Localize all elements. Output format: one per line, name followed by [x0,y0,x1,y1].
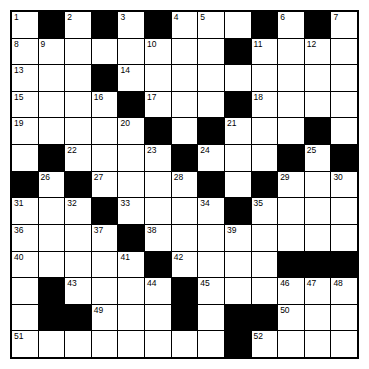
black-cell [172,305,198,331]
white-cell[interactable]: 2 [65,12,91,38]
clue-number: 7 [333,12,338,22]
clue-number: 29 [280,172,289,182]
white-cell[interactable]: 36 [12,225,38,251]
black-cell [118,225,144,251]
white-cell[interactable] [172,39,198,65]
clue-number: 5 [200,12,205,22]
black-cell [225,198,251,224]
clue-number: 48 [333,278,342,288]
white-cell[interactable] [39,92,65,118]
white-cell[interactable] [145,198,171,224]
white-cell[interactable]: 7 [331,12,357,38]
clue-number: 41 [120,252,129,262]
white-cell[interactable] [305,198,331,224]
black-cell [198,118,224,144]
white-cell[interactable]: 20 [118,118,144,144]
black-cell [252,12,278,38]
clue-number: 18 [254,92,263,102]
white-cell[interactable] [65,118,91,144]
white-cell[interactable] [252,145,278,171]
white-cell[interactable]: 33 [118,198,144,224]
clue-number: 36 [14,225,23,235]
white-cell[interactable] [198,92,224,118]
white-cell[interactable] [198,252,224,278]
white-cell[interactable] [252,278,278,304]
black-cell [225,39,251,65]
white-cell[interactable]: 15 [12,92,38,118]
white-cell[interactable]: 1 [12,12,38,38]
black-cell [225,92,251,118]
clue-number: 44 [147,278,156,288]
white-cell[interactable] [278,118,304,144]
white-cell[interactable] [198,65,224,91]
white-cell[interactable] [305,92,331,118]
white-cell[interactable]: 9 [39,39,65,65]
clue-number: 6 [280,12,285,22]
white-cell[interactable]: 3 [118,12,144,38]
white-cell[interactable] [39,225,65,251]
clue-number: 42 [174,252,183,262]
white-cell[interactable] [331,65,357,91]
white-cell[interactable]: 48 [331,278,357,304]
white-cell[interactable]: 26 [39,172,65,198]
clue-number: 27 [94,172,103,182]
white-cell[interactable]: 46 [278,278,304,304]
white-cell[interactable]: 18 [252,92,278,118]
white-cell[interactable] [118,305,144,331]
white-cell[interactable] [12,278,38,304]
clue-number: 13 [14,65,23,75]
clue-number: 22 [67,145,76,155]
white-cell[interactable]: 50 [278,305,304,331]
white-cell[interactable] [305,331,331,357]
clue-number: 26 [41,172,50,182]
white-cell[interactable]: 5 [198,12,224,38]
white-cell[interactable] [198,305,224,331]
clue-number: 4 [174,12,179,22]
white-cell[interactable] [331,331,357,357]
black-cell [305,252,331,278]
white-cell[interactable] [39,331,65,357]
black-cell [65,172,91,198]
black-cell [39,305,65,331]
white-cell[interactable] [118,278,144,304]
black-cell [92,198,118,224]
clue-number: 37 [94,225,103,235]
white-cell[interactable] [278,225,304,251]
white-cell[interactable]: 47 [305,278,331,304]
clue-number: 1 [14,12,19,22]
black-cell [39,145,65,171]
white-cell[interactable]: 22 [65,145,91,171]
white-cell[interactable]: 43 [65,278,91,304]
clue-number: 20 [120,118,129,128]
clue-number: 19 [14,118,23,128]
white-cell[interactable] [118,331,144,357]
black-cell [331,252,357,278]
white-cell[interactable]: 39 [225,225,251,251]
white-cell[interactable] [172,225,198,251]
clue-number: 30 [333,172,342,182]
clue-number: 38 [147,225,156,235]
crossword-puzzle: 1234567891011121314151617181920212223242… [0,0,369,369]
clue-number: 8 [14,39,19,49]
white-cell[interactable] [65,39,91,65]
black-cell [225,331,251,357]
white-cell[interactable]: 52 [252,331,278,357]
clue-number: 51 [14,331,23,341]
white-cell[interactable]: 25 [305,145,331,171]
clue-number: 16 [94,92,103,102]
white-cell[interactable] [145,172,171,198]
black-cell [198,172,224,198]
white-cell[interactable] [225,145,251,171]
white-cell[interactable] [278,198,304,224]
clue-number: 52 [254,331,263,341]
white-cell[interactable] [198,225,224,251]
white-cell[interactable] [39,118,65,144]
white-cell[interactable] [172,198,198,224]
white-cell[interactable]: 19 [12,118,38,144]
white-cell[interactable] [39,198,65,224]
white-cell[interactable] [331,118,357,144]
white-cell[interactable] [305,305,331,331]
white-cell[interactable] [252,225,278,251]
white-cell[interactable] [145,331,171,357]
white-cell[interactable]: 35 [252,198,278,224]
white-cell[interactable]: 40 [12,252,38,278]
black-cell [65,305,91,331]
clue-number: 2 [67,12,72,22]
clue-number: 31 [14,198,23,208]
clue-number: 15 [14,92,23,102]
white-cell[interactable] [65,92,91,118]
white-cell[interactable]: 6 [278,12,304,38]
white-cell[interactable]: 34 [198,198,224,224]
white-cell[interactable] [39,65,65,91]
white-cell[interactable] [118,39,144,65]
clue-number: 34 [200,198,209,208]
clue-number: 46 [280,278,289,288]
clue-number: 11 [254,39,263,49]
white-cell[interactable] [145,305,171,331]
clue-number: 28 [174,172,183,182]
white-cell[interactable] [145,65,171,91]
white-cell[interactable] [252,65,278,91]
white-cell[interactable] [65,252,91,278]
white-cell[interactable] [331,305,357,331]
white-cell[interactable]: 12 [305,39,331,65]
black-cell [305,12,331,38]
white-cell[interactable] [172,65,198,91]
clue-number: 39 [227,225,236,235]
white-cell[interactable]: 4 [172,12,198,38]
black-cell [278,252,304,278]
black-cell [145,118,171,144]
black-cell [252,172,278,198]
white-cell[interactable]: 24 [198,145,224,171]
white-cell[interactable] [278,92,304,118]
clue-number: 40 [14,252,23,262]
black-cell [172,278,198,304]
black-cell [252,305,278,331]
black-cell [12,172,38,198]
white-cell[interactable]: 51 [12,331,38,357]
white-cell[interactable]: 45 [198,278,224,304]
white-cell[interactable] [65,225,91,251]
clue-number: 23 [147,145,156,155]
white-cell[interactable] [92,331,118,357]
clue-number: 33 [120,198,129,208]
white-cell[interactable]: 16 [92,92,118,118]
white-cell[interactable] [12,145,38,171]
black-cell [145,252,171,278]
white-cell[interactable]: 28 [172,172,198,198]
white-cell[interactable] [39,252,65,278]
white-cell[interactable]: 21 [225,118,251,144]
white-cell[interactable] [92,278,118,304]
white-cell[interactable] [172,92,198,118]
white-cell[interactable]: 11 [252,39,278,65]
white-cell[interactable] [305,65,331,91]
white-cell[interactable]: 29 [278,172,304,198]
white-cell[interactable] [331,92,357,118]
clue-number: 49 [94,305,103,315]
white-cell[interactable] [92,39,118,65]
white-cell[interactable] [278,65,304,91]
white-cell[interactable] [331,39,357,65]
white-cell[interactable] [331,225,357,251]
white-cell[interactable]: 38 [145,225,171,251]
white-cell[interactable] [278,331,304,357]
clue-number: 50 [280,305,289,315]
white-cell[interactable]: 32 [65,198,91,224]
clue-number: 17 [147,92,156,102]
black-cell [278,145,304,171]
white-cell[interactable] [252,118,278,144]
white-cell[interactable] [118,172,144,198]
black-cell [172,145,198,171]
clue-number: 32 [67,198,76,208]
white-cell[interactable]: 10 [145,39,171,65]
black-cell [225,305,251,331]
white-cell[interactable] [305,225,331,251]
white-cell[interactable] [65,331,91,357]
white-cell[interactable] [225,12,251,38]
clue-number: 3 [120,12,125,22]
white-cell[interactable]: 30 [331,172,357,198]
white-cell[interactable] [92,252,118,278]
crossword-grid: 1234567891011121314151617181920212223242… [10,10,359,359]
clue-number: 21 [227,118,236,128]
white-cell[interactable] [225,65,251,91]
white-cell[interactable]: 41 [118,252,144,278]
clue-number: 9 [41,39,46,49]
black-cell [305,118,331,144]
black-cell [92,12,118,38]
clue-number: 12 [307,39,316,49]
white-cell[interactable] [225,252,251,278]
clue-number: 24 [200,145,209,155]
white-cell[interactable]: 8 [12,39,38,65]
white-cell[interactable] [305,172,331,198]
white-cell[interactable]: 44 [145,278,171,304]
white-cell[interactable] [252,252,278,278]
white-cell[interactable]: 14 [118,65,144,91]
white-cell[interactable]: 42 [172,252,198,278]
black-cell [92,65,118,91]
black-cell [118,92,144,118]
white-cell[interactable] [172,331,198,357]
white-cell[interactable] [172,118,198,144]
white-cell[interactable] [278,39,304,65]
white-cell[interactable] [92,145,118,171]
white-cell[interactable] [225,278,251,304]
clue-number: 35 [254,198,263,208]
white-cell[interactable]: 49 [92,305,118,331]
white-cell[interactable]: 23 [145,145,171,171]
black-cell [39,278,65,304]
clue-number: 10 [147,39,156,49]
white-cell[interactable] [198,39,224,65]
white-cell[interactable] [331,198,357,224]
clue-number: 43 [67,278,76,288]
white-cell[interactable]: 13 [12,65,38,91]
black-cell [145,12,171,38]
white-cell[interactable]: 27 [92,172,118,198]
black-cell [39,12,65,38]
clue-number: 47 [307,278,316,288]
white-cell[interactable] [225,172,251,198]
white-cell[interactable]: 37 [92,225,118,251]
clue-number: 14 [120,65,129,75]
clue-number: 45 [200,278,209,288]
black-cell [331,145,357,171]
white-cell[interactable]: 31 [12,198,38,224]
white-cell[interactable] [92,118,118,144]
white-cell[interactable] [118,145,144,171]
white-cell[interactable] [198,331,224,357]
white-cell[interactable] [65,65,91,91]
clue-number: 25 [307,145,316,155]
white-cell[interactable]: 17 [145,92,171,118]
white-cell[interactable] [12,305,38,331]
